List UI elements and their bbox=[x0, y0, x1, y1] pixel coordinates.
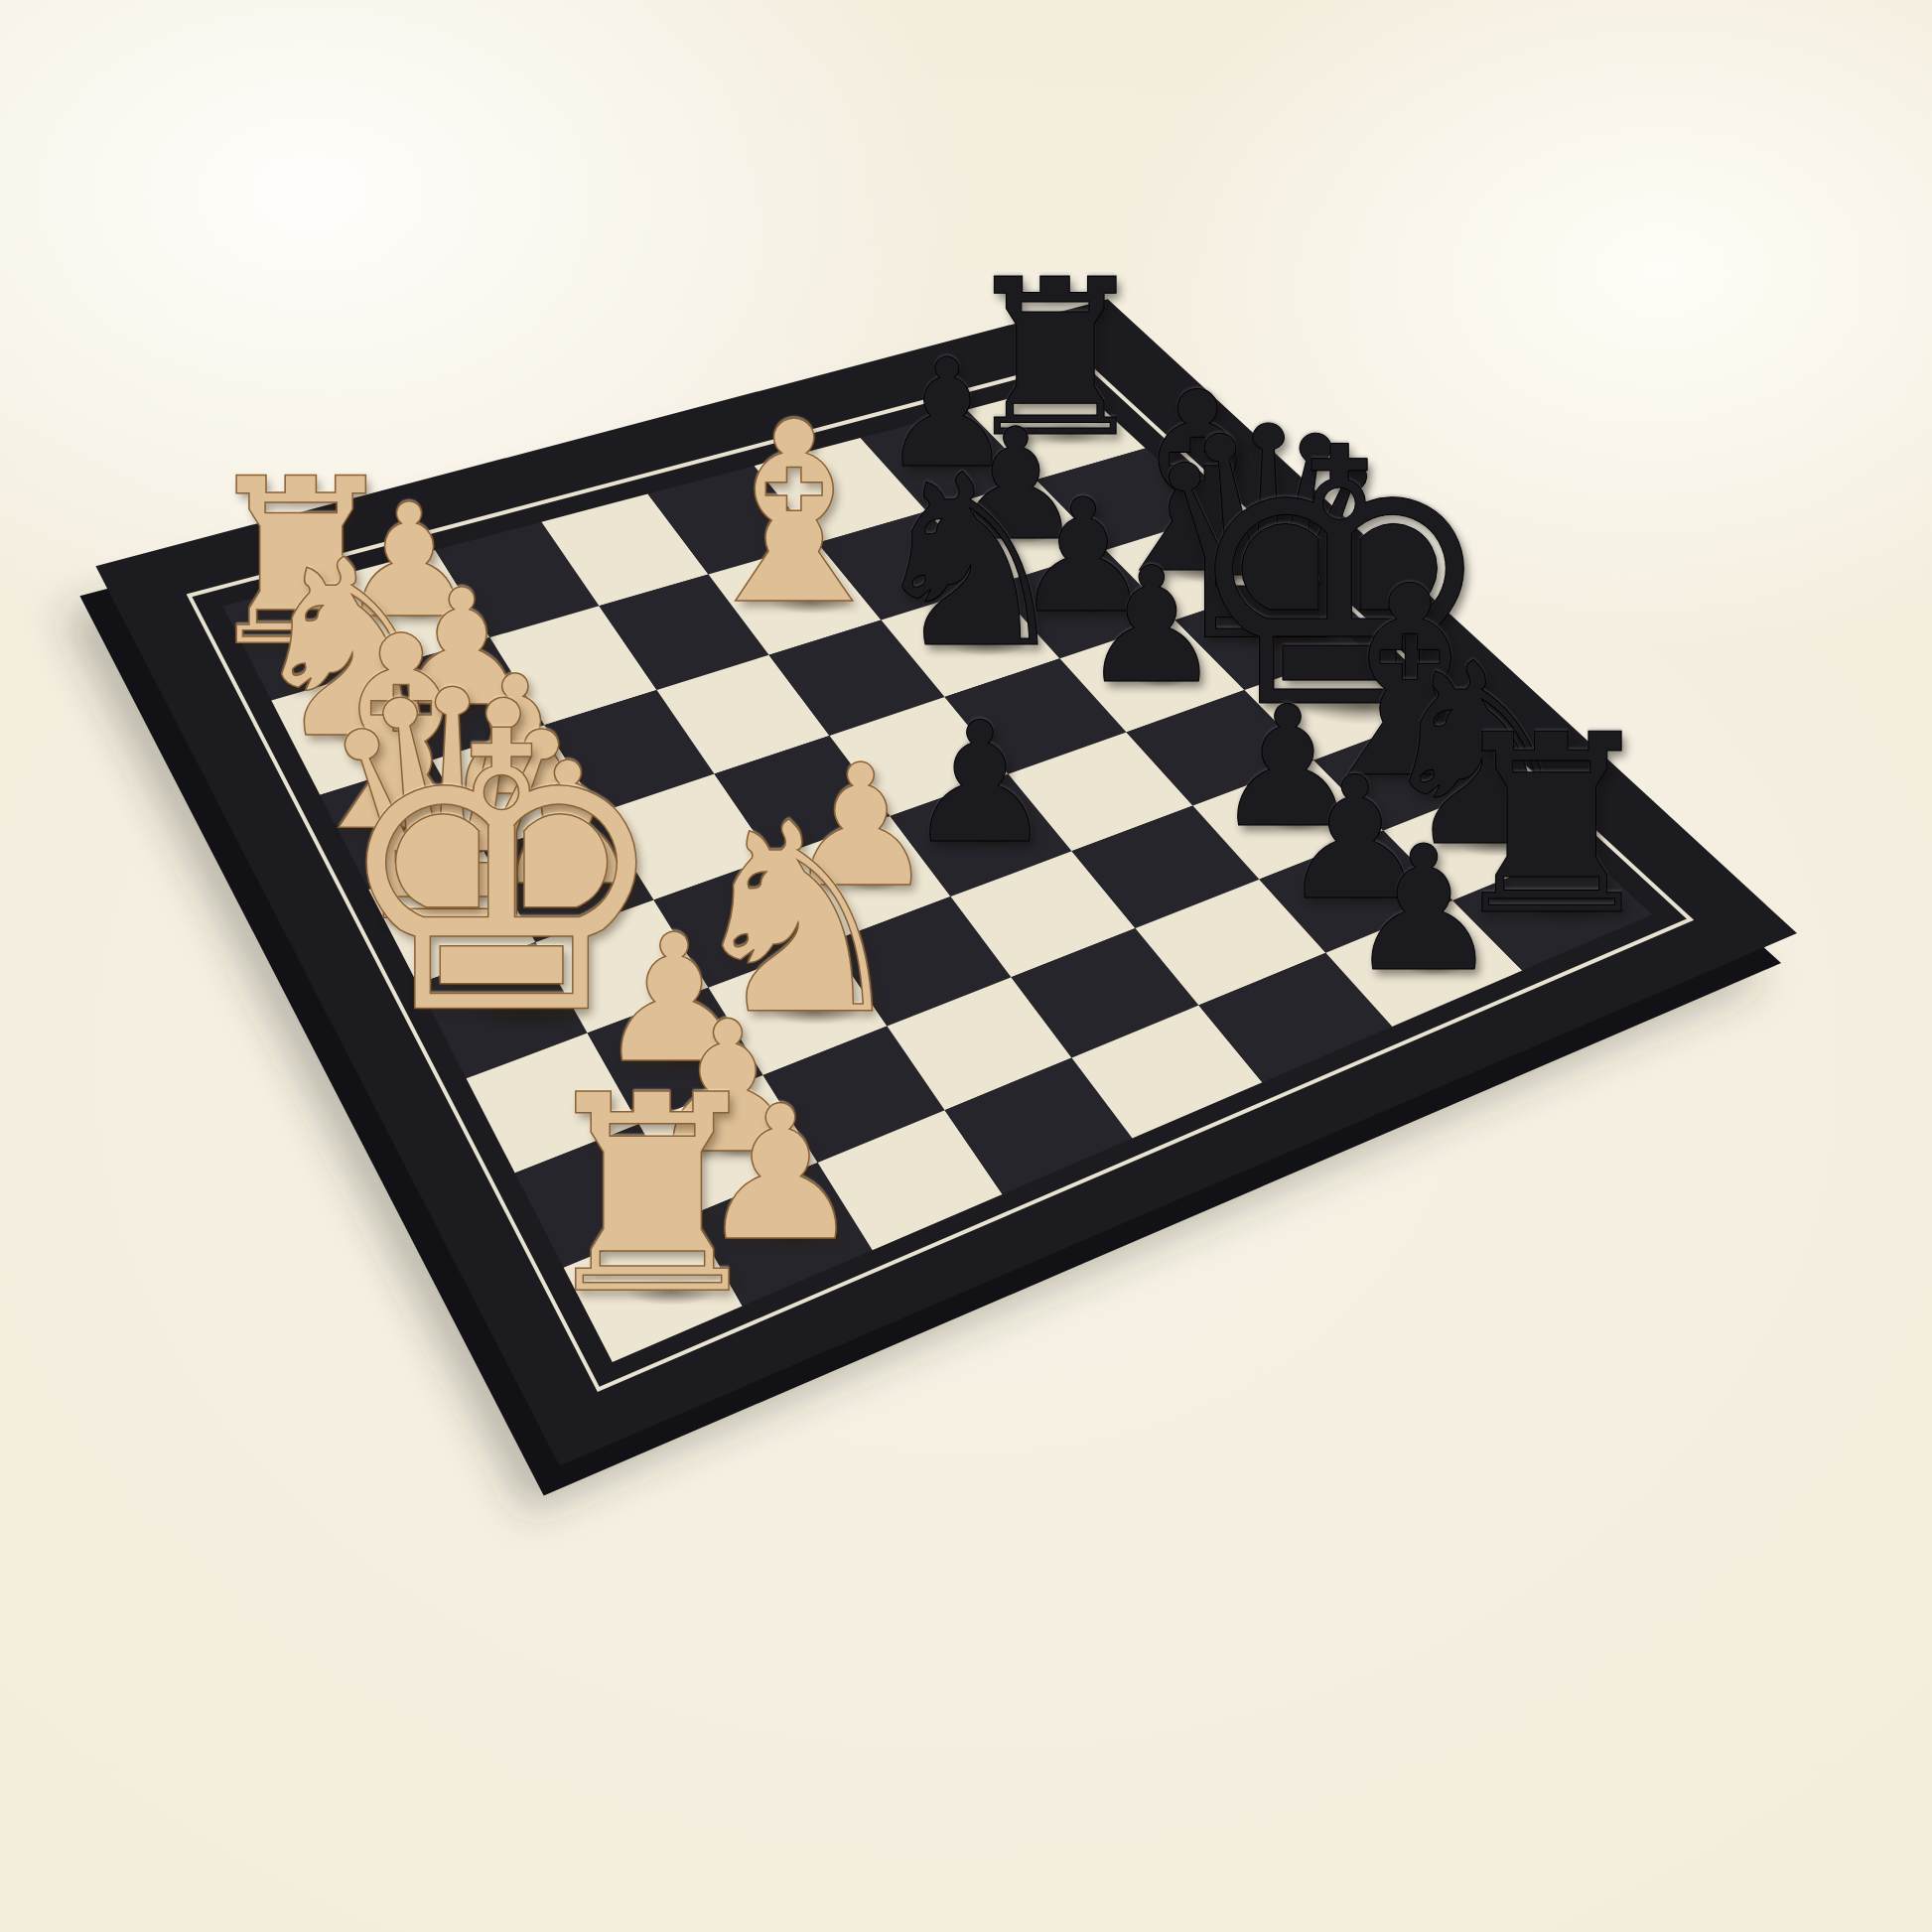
pieces-layer: ♜♟♟♝♝♟♟♛♜♞♟♟♚♞♝♟♟♝♟♞♟♟♟♜♛♟♞♚♟♟♟♜ bbox=[0, 0, 1932, 1932]
white-rook-h1: ♜ bbox=[530, 1060, 774, 1332]
black-pawn-h7: ♟ bbox=[1346, 823, 1501, 996]
black-knight-c6: ♞ bbox=[864, 444, 1076, 681]
chessboard-photo: ♜♟♟♝♝♟♟♛♜♞♟♟♚♞♝♟♟♝♟♞♟♟♟♜♛♟♞♚♟♟♟♜ bbox=[0, 0, 1932, 1932]
